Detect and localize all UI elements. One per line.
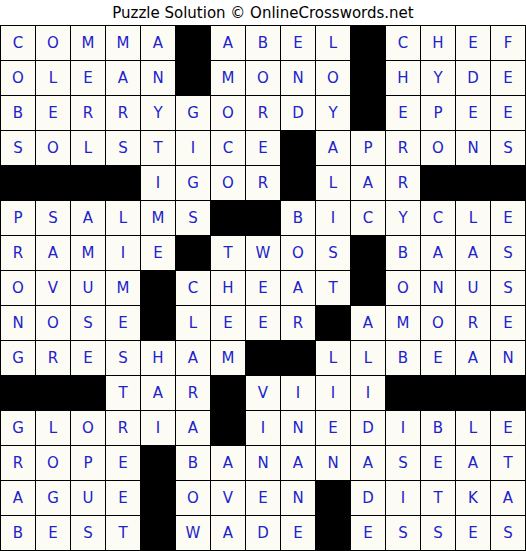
letter-cell-r14-c15: A [491, 481, 525, 515]
letter-cell-r6-c12: Y [386, 201, 420, 235]
letter-cell-r4-c4: S [106, 131, 140, 165]
block-cell-r2-c6 [176, 61, 210, 95]
letter-cell-r2-c10: O [316, 61, 350, 95]
letter-cell-r4-c3: L [71, 131, 105, 165]
letter-cell-r7-c14: A [456, 236, 490, 270]
letter-cell-r4-c10: A [316, 131, 350, 165]
letter-cell-r9-c1: N [1, 306, 35, 340]
letter-cell-r8-c10: T [316, 271, 350, 305]
block-cell-r8-c5 [141, 271, 175, 305]
block-cell-r5-c1 [1, 166, 35, 200]
letter-cell-r6-c3: A [71, 201, 105, 235]
letter-cell-r8-c4: M [106, 271, 140, 305]
block-cell-r14-c5 [141, 481, 175, 515]
letter-cell-r4-c14: N [456, 131, 490, 165]
letter-cell-r11-c6: R [176, 376, 210, 410]
letter-cell-r6-c2: S [36, 201, 70, 235]
letter-cell-r2-c9: N [281, 61, 315, 95]
letter-cell-r15-c12: S [386, 516, 420, 550]
letter-cell-r13-c1: R [1, 446, 35, 480]
letter-cell-r10-c1: G [1, 341, 35, 375]
letter-cell-r3-c7: O [211, 96, 245, 130]
letter-cell-r13-c3: P [71, 446, 105, 480]
letter-cell-r2-c8: O [246, 61, 280, 95]
letter-cell-r10-c12: B [386, 341, 420, 375]
letter-cell-r14-c7: V [211, 481, 245, 515]
letter-cell-r12-c3: O [71, 411, 105, 445]
letter-cell-r2-c5: N [141, 61, 175, 95]
letter-cell-r4-c1: S [1, 131, 35, 165]
letter-cell-r8-c7: H [211, 271, 245, 305]
letter-cell-r15-c1: B [1, 516, 35, 550]
letter-cell-r5-c10: L [316, 166, 350, 200]
letter-cell-r1-c5: A [141, 26, 175, 60]
letter-cell-r15-c11: E [351, 516, 385, 550]
letter-cell-r3-c9: D [281, 96, 315, 130]
letter-cell-r1-c14: E [456, 26, 490, 60]
letter-cell-r4-c5: T [141, 131, 175, 165]
letter-cell-r3-c10: Y [316, 96, 350, 130]
letter-cell-r3-c12: E [386, 96, 420, 130]
letter-cell-r1-c8: B [246, 26, 280, 60]
letter-cell-r1-c9: E [281, 26, 315, 60]
letter-cell-r12-c11: D [351, 411, 385, 445]
letter-cell-r5-c7: O [211, 166, 245, 200]
letter-cell-r7-c12: B [386, 236, 420, 270]
letter-cell-r12-c5: I [141, 411, 175, 445]
block-cell-r12-c7 [211, 411, 245, 445]
letter-cell-r3-c14: E [456, 96, 490, 130]
letter-cell-r6-c5: M [141, 201, 175, 235]
letter-cell-r8-c3: U [71, 271, 105, 305]
letter-cell-r10-c3: E [71, 341, 105, 375]
letter-cell-r1-c2: O [36, 26, 70, 60]
block-cell-r3-c11 [351, 96, 385, 130]
block-cell-r11-c13 [421, 376, 455, 410]
block-cell-r6-c7 [211, 201, 245, 235]
letter-cell-r6-c10: I [316, 201, 350, 235]
letter-cell-r11-c10: I [316, 376, 350, 410]
letter-cell-r14-c4: E [106, 481, 140, 515]
letter-cell-r12-c1: G [1, 411, 35, 445]
letter-cell-r13-c13: E [421, 446, 455, 480]
block-cell-r1-c11 [351, 26, 385, 60]
block-cell-r13-c5 [141, 446, 175, 480]
letter-cell-r3-c13: P [421, 96, 455, 130]
letter-cell-r8-c14: U [456, 271, 490, 305]
block-cell-r11-c1 [1, 376, 35, 410]
letter-cell-r3-c3: R [71, 96, 105, 130]
letter-cell-r13-c10: N [316, 446, 350, 480]
block-cell-r11-c12 [386, 376, 420, 410]
letter-cell-r13-c8: N [246, 446, 280, 480]
page-title: Puzzle Solution © OnlineCrosswords.net [0, 0, 526, 25]
letter-cell-r8-c2: V [36, 271, 70, 305]
letter-cell-r2-c12: H [386, 61, 420, 95]
letter-cell-r7-c7: T [211, 236, 245, 270]
letter-cell-r1-c10: L [316, 26, 350, 60]
letter-cell-r7-c1: R [1, 236, 35, 270]
letter-cell-r3-c1: B [1, 96, 35, 130]
letter-cell-r15-c15: S [491, 516, 525, 550]
letter-cell-r3-c8: R [246, 96, 280, 130]
letter-cell-r6-c9: B [281, 201, 315, 235]
letter-cell-r10-c14: A [456, 341, 490, 375]
letter-cell-r13-c2: O [36, 446, 70, 480]
letter-cell-r12-c9: N [281, 411, 315, 445]
letter-cell-r7-c3: M [71, 236, 105, 270]
block-cell-r14-c10 [316, 481, 350, 515]
letter-cell-r2-c15: E [491, 61, 525, 95]
letter-cell-r9-c8: E [246, 306, 280, 340]
block-cell-r7-c11 [351, 236, 385, 270]
letter-cell-r9-c11: A [351, 306, 385, 340]
letter-cell-r1-c3: M [71, 26, 105, 60]
letter-cell-r12-c15: E [491, 411, 525, 445]
letter-cell-r3-c2: E [36, 96, 70, 130]
letter-cell-r10-c13: E [421, 341, 455, 375]
letter-cell-r14-c13: T [421, 481, 455, 515]
block-cell-r11-c7 [211, 376, 245, 410]
letter-cell-r7-c13: A [421, 236, 455, 270]
letter-cell-r9-c14: R [456, 306, 490, 340]
letter-cell-r9-c6: L [176, 306, 210, 340]
letter-cell-r4-c8: E [246, 131, 280, 165]
letter-cell-r2-c7: M [211, 61, 245, 95]
letter-cell-r13-c15: T [491, 446, 525, 480]
letter-cell-r8-c8: E [246, 271, 280, 305]
letter-cell-r14-c9: N [281, 481, 315, 515]
letter-cell-r8-c1: O [1, 271, 35, 305]
block-cell-r2-c11 [351, 61, 385, 95]
letter-cell-r7-c5: E [141, 236, 175, 270]
letter-cell-r12-c2: L [36, 411, 70, 445]
letter-cell-r7-c2: A [36, 236, 70, 270]
letter-cell-r3-c4: R [106, 96, 140, 130]
letter-cell-r9-c3: S [71, 306, 105, 340]
puzzle-solution-page: Puzzle Solution © OnlineCrosswords.net C… [0, 0, 526, 551]
block-cell-r4-c9 [281, 131, 315, 165]
letter-cell-r5-c11: A [351, 166, 385, 200]
letter-cell-r1-c7: A [211, 26, 245, 60]
letter-cell-r13-c9: A [281, 446, 315, 480]
letter-cell-r2-c13: Y [421, 61, 455, 95]
block-cell-r5-c15 [491, 166, 525, 200]
letter-cell-r4-c2: O [36, 131, 70, 165]
letter-cell-r13-c11: A [351, 446, 385, 480]
letter-cell-r15-c3: S [71, 516, 105, 550]
letter-cell-r14-c1: A [1, 481, 35, 515]
letter-cell-r1-c13: H [421, 26, 455, 60]
letter-cell-r12-c6: A [176, 411, 210, 445]
block-cell-r11-c14 [456, 376, 490, 410]
letter-cell-r6-c13: C [421, 201, 455, 235]
letter-cell-r4-c15: S [491, 131, 525, 165]
letter-cell-r9-c13: O [421, 306, 455, 340]
letter-cell-r11-c9: I [281, 376, 315, 410]
letter-cell-r6-c14: L [456, 201, 490, 235]
letter-cell-r10-c5: H [141, 341, 175, 375]
letter-cell-r11-c5: A [141, 376, 175, 410]
letter-cell-r10-c15: N [491, 341, 525, 375]
block-cell-r15-c10 [316, 516, 350, 550]
letter-cell-r10-c2: R [36, 341, 70, 375]
letter-cell-r2-c4: A [106, 61, 140, 95]
letter-cell-r3-c5: Y [141, 96, 175, 130]
block-cell-r1-c6 [176, 26, 210, 60]
letter-cell-r15-c14: E [456, 516, 490, 550]
letter-cell-r4-c13: O [421, 131, 455, 165]
letter-cell-r10-c11: L [351, 341, 385, 375]
letter-cell-r6-c1: P [1, 201, 35, 235]
letter-cell-r5-c6: G [176, 166, 210, 200]
letter-cell-r9-c12: M [386, 306, 420, 340]
block-cell-r10-c8 [246, 341, 280, 375]
letter-cell-r1-c1: C [1, 26, 35, 60]
letter-cell-r12-c4: R [106, 411, 140, 445]
block-cell-r8-c11 [351, 271, 385, 305]
letter-cell-r1-c12: C [386, 26, 420, 60]
letter-cell-r15-c8: D [246, 516, 280, 550]
letter-cell-r14-c6: O [176, 481, 210, 515]
letter-cell-r7-c9: O [281, 236, 315, 270]
letter-cell-r9-c9: R [281, 306, 315, 340]
letter-cell-r8-c12: O [386, 271, 420, 305]
letter-cell-r15-c6: W [176, 516, 210, 550]
block-cell-r7-c6 [176, 236, 210, 270]
letter-cell-r4-c6: I [176, 131, 210, 165]
letter-cell-r10-c7: M [211, 341, 245, 375]
letter-cell-r10-c10: L [316, 341, 350, 375]
block-cell-r5-c4 [106, 166, 140, 200]
block-cell-r10-c9 [281, 341, 315, 375]
block-cell-r5-c2 [36, 166, 70, 200]
letter-cell-r12-c10: E [316, 411, 350, 445]
block-cell-r9-c10 [316, 306, 350, 340]
block-cell-r11-c3 [71, 376, 105, 410]
letter-cell-r1-c4: M [106, 26, 140, 60]
letter-cell-r15-c13: S [421, 516, 455, 550]
letter-cell-r15-c9: E [281, 516, 315, 550]
letter-cell-r9-c7: E [211, 306, 245, 340]
letter-cell-r7-c10: S [316, 236, 350, 270]
letter-cell-r13-c14: A [456, 446, 490, 480]
letter-cell-r6-c6: S [176, 201, 210, 235]
letter-cell-r1-c15: F [491, 26, 525, 60]
letter-cell-r6-c15: E [491, 201, 525, 235]
letter-cell-r2-c1: O [1, 61, 35, 95]
letter-cell-r11-c8: V [246, 376, 280, 410]
letter-cell-r8-c6: C [176, 271, 210, 305]
letter-cell-r3-c6: G [176, 96, 210, 130]
letter-cell-r6-c4: L [106, 201, 140, 235]
letter-cell-r13-c7: A [211, 446, 245, 480]
letter-cell-r10-c6: A [176, 341, 210, 375]
letter-cell-r14-c3: U [71, 481, 105, 515]
letter-cell-r14-c8: E [246, 481, 280, 515]
letter-cell-r12-c8: I [246, 411, 280, 445]
letter-cell-r13-c6: B [176, 446, 210, 480]
letter-cell-r12-c13: B [421, 411, 455, 445]
letter-cell-r7-c15: S [491, 236, 525, 270]
block-cell-r9-c5 [141, 306, 175, 340]
letter-cell-r6-c11: C [351, 201, 385, 235]
letter-cell-r5-c12: R [386, 166, 420, 200]
letter-cell-r9-c15: E [491, 306, 525, 340]
letter-cell-r4-c11: P [351, 131, 385, 165]
letter-cell-r11-c11: I [351, 376, 385, 410]
letter-cell-r9-c2: O [36, 306, 70, 340]
letter-cell-r5-c8: R [246, 166, 280, 200]
letter-cell-r5-c5: I [141, 166, 175, 200]
block-cell-r11-c2 [36, 376, 70, 410]
letter-cell-r14-c12: I [386, 481, 420, 515]
letter-cell-r2-c2: L [36, 61, 70, 95]
letter-cell-r13-c4: E [106, 446, 140, 480]
block-cell-r5-c3 [71, 166, 105, 200]
letter-cell-r9-c4: E [106, 306, 140, 340]
letter-cell-r7-c4: I [106, 236, 140, 270]
letter-cell-r4-c12: R [386, 131, 420, 165]
letter-cell-r7-c8: W [246, 236, 280, 270]
letter-cell-r12-c14: L [456, 411, 490, 445]
letter-cell-r4-c7: C [211, 131, 245, 165]
block-cell-r6-c8 [246, 201, 280, 235]
letter-cell-r13-c12: S [386, 446, 420, 480]
letter-cell-r10-c4: S [106, 341, 140, 375]
letter-cell-r15-c7: A [211, 516, 245, 550]
letter-cell-r14-c14: K [456, 481, 490, 515]
block-cell-r5-c14 [456, 166, 490, 200]
letter-cell-r15-c2: E [36, 516, 70, 550]
letter-cell-r2-c14: D [456, 61, 490, 95]
letter-cell-r3-c15: E [491, 96, 525, 130]
letter-cell-r8-c9: A [281, 271, 315, 305]
letter-cell-r12-c12: I [386, 411, 420, 445]
crossword-grid: COMMAABELCHEFOLEANMONOHYDEBERRYGORDYEPEE… [0, 25, 526, 551]
letter-cell-r8-c15: S [491, 271, 525, 305]
block-cell-r5-c9 [281, 166, 315, 200]
letter-cell-r14-c2: G [36, 481, 70, 515]
letter-cell-r8-c13: N [421, 271, 455, 305]
letter-cell-r11-c4: T [106, 376, 140, 410]
block-cell-r11-c15 [491, 376, 525, 410]
letter-cell-r2-c3: E [71, 61, 105, 95]
letter-cell-r15-c4: T [106, 516, 140, 550]
block-cell-r5-c13 [421, 166, 455, 200]
block-cell-r15-c5 [141, 516, 175, 550]
letter-cell-r14-c11: D [351, 481, 385, 515]
